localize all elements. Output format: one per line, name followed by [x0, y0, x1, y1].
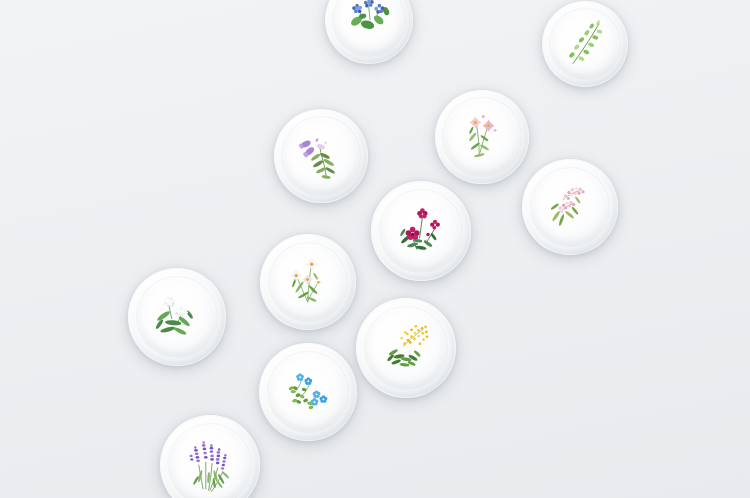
- plate-blue-flowers: [259, 343, 357, 441]
- plate-hydrangea: [325, 0, 413, 64]
- white-umbel-motif: [143, 283, 212, 352]
- pink-aster-motif: [449, 104, 515, 170]
- daisy-center-1: [310, 263, 313, 266]
- crimson-blooms-illustration: [386, 196, 456, 266]
- hydrangea-florets: [352, 0, 384, 14]
- mimosa-motif: [371, 313, 441, 383]
- mimosa-illustration: [371, 313, 441, 383]
- blue-flower-blooms: [296, 373, 327, 405]
- mimosa-flower-dots: [400, 325, 428, 345]
- bellflower-leaves: [310, 152, 335, 179]
- hydrangea-motif: [338, 0, 400, 51]
- mimosa-leaves: [387, 348, 422, 367]
- plate-white-daisy: [260, 234, 356, 330]
- green-herb-motif: [555, 14, 615, 74]
- aster-flower-2: [483, 120, 494, 131]
- plate-green-herb: [542, 1, 628, 87]
- hydrangea-illustration: [338, 0, 400, 51]
- bellflower-illustration: [288, 123, 354, 189]
- crimson-bloom-top: [417, 208, 427, 218]
- cluster-leaves: [551, 196, 582, 226]
- crimson-blooms-motif: [386, 196, 456, 266]
- blue-flowers-motif: [274, 358, 343, 427]
- white-umbel-illustration: [143, 283, 212, 352]
- white-daisy-illustration: [274, 248, 341, 315]
- aster-flower-1: [470, 117, 481, 128]
- pink-cluster-illustration: [536, 173, 603, 240]
- white-daisy-motif: [274, 248, 341, 315]
- plate-white-umbel: [128, 268, 226, 366]
- blue-flowers-illustration: [274, 358, 343, 427]
- umbel-flower-cluster-2: [175, 307, 188, 317]
- plate-lavender: [160, 415, 260, 498]
- pink-cluster-motif: [536, 173, 603, 240]
- daisy-center-4: [317, 281, 320, 284]
- lavender-motif: [175, 430, 245, 498]
- plate-mimosa: [356, 298, 456, 398]
- crimson-bud: [426, 233, 430, 237]
- daisy-center-2: [295, 274, 298, 277]
- pink-aster-illustration: [449, 104, 515, 170]
- daisy-center-3: [307, 279, 310, 282]
- umbel-leaves: [155, 309, 194, 335]
- plate-pink-cluster: [522, 159, 618, 255]
- plate-pink-aster: [435, 90, 529, 184]
- umbel-flower-cluster-1: [162, 297, 175, 308]
- photo-canvas: [0, 0, 750, 498]
- blue-flower-leaves: [288, 385, 314, 409]
- plate-crimson-blooms: [371, 181, 471, 281]
- bellflower-motif: [288, 123, 354, 189]
- green-herb-illustration: [555, 14, 615, 74]
- crimson-bloom-right: [430, 220, 440, 230]
- herb-stem: [573, 25, 598, 64]
- lavender-illustration: [175, 430, 245, 498]
- herb-tip-flowers: [599, 19, 605, 25]
- lavender-spikes: [190, 441, 227, 469]
- plate-bellflower: [274, 109, 368, 203]
